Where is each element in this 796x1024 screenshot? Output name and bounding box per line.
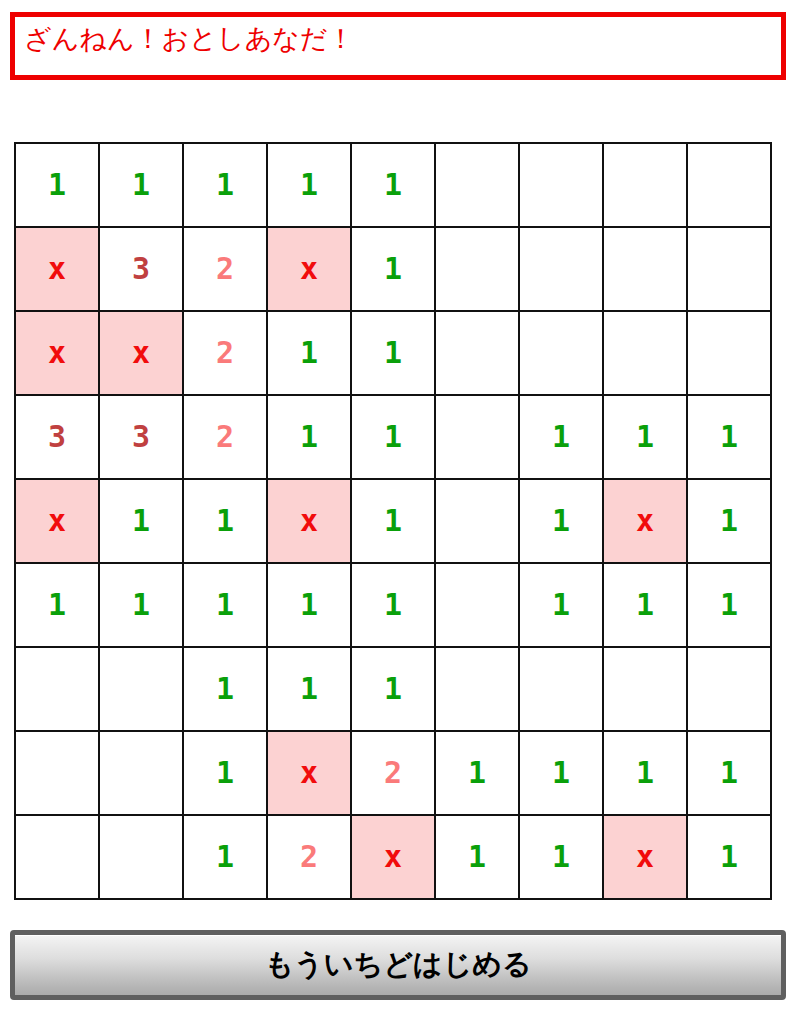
cell-r4c3[interactable]: 2 xyxy=(183,395,267,479)
cell-r2c8[interactable] xyxy=(603,227,687,311)
cell-r6c9[interactable]: 1 xyxy=(687,563,771,647)
cell-r5c7[interactable]: 1 xyxy=(519,479,603,563)
cell-r1c1[interactable]: 1 xyxy=(15,143,99,227)
cell-r3c4[interactable]: 1 xyxy=(267,311,351,395)
cell-r5c5[interactable]: 1 xyxy=(351,479,435,563)
cell-r5c9[interactable]: 1 xyxy=(687,479,771,563)
cell-r3c6[interactable] xyxy=(435,311,519,395)
restart-button[interactable]: もういちどはじめる xyxy=(10,930,786,1000)
cell-r3c7[interactable] xyxy=(519,311,603,395)
cell-r9c4[interactable]: 2 xyxy=(267,815,351,899)
cell-r6c7[interactable]: 1 xyxy=(519,563,603,647)
cell-r9c8[interactable]: x xyxy=(603,815,687,899)
cell-r1c8[interactable] xyxy=(603,143,687,227)
cell-r7c6[interactable] xyxy=(435,647,519,731)
cell-r6c6[interactable] xyxy=(435,563,519,647)
cell-r7c7[interactable] xyxy=(519,647,603,731)
page: ざんねん！おとしあなだ！ 11111x32x1xx21133211111x11x… xyxy=(0,0,796,1024)
cell-r7c1[interactable] xyxy=(15,647,99,731)
cell-r3c5[interactable]: 1 xyxy=(351,311,435,395)
cell-r6c1[interactable]: 1 xyxy=(15,563,99,647)
cell-r5c8[interactable]: x xyxy=(603,479,687,563)
cell-r8c7[interactable]: 1 xyxy=(519,731,603,815)
cell-r2c4[interactable]: x xyxy=(267,227,351,311)
cell-r4c4[interactable]: 1 xyxy=(267,395,351,479)
cell-r7c2[interactable] xyxy=(99,647,183,731)
cell-r2c7[interactable] xyxy=(519,227,603,311)
cell-r8c1[interactable] xyxy=(15,731,99,815)
cell-r6c3[interactable]: 1 xyxy=(183,563,267,647)
cell-r8c5[interactable]: 2 xyxy=(351,731,435,815)
cell-r2c2[interactable]: 3 xyxy=(99,227,183,311)
cell-r4c6[interactable] xyxy=(435,395,519,479)
cell-r5c2[interactable]: 1 xyxy=(99,479,183,563)
cell-r3c9[interactable] xyxy=(687,311,771,395)
cell-r4c8[interactable]: 1 xyxy=(603,395,687,479)
cell-r4c9[interactable]: 1 xyxy=(687,395,771,479)
cell-r9c2[interactable] xyxy=(99,815,183,899)
cell-r9c9[interactable]: 1 xyxy=(687,815,771,899)
cell-r9c1[interactable] xyxy=(15,815,99,899)
cell-r8c4[interactable]: x xyxy=(267,731,351,815)
cell-r7c5[interactable]: 1 xyxy=(351,647,435,731)
cell-r6c8[interactable]: 1 xyxy=(603,563,687,647)
cell-r4c5[interactable]: 1 xyxy=(351,395,435,479)
cell-r7c9[interactable] xyxy=(687,647,771,731)
cell-r1c5[interactable]: 1 xyxy=(351,143,435,227)
cell-r1c9[interactable] xyxy=(687,143,771,227)
cell-r8c6[interactable]: 1 xyxy=(435,731,519,815)
cell-r5c1[interactable]: x xyxy=(15,479,99,563)
cell-r2c5[interactable]: 1 xyxy=(351,227,435,311)
cell-r5c6[interactable] xyxy=(435,479,519,563)
cell-r4c1[interactable]: 3 xyxy=(15,395,99,479)
cell-r7c3[interactable]: 1 xyxy=(183,647,267,731)
cell-r1c7[interactable] xyxy=(519,143,603,227)
cell-r8c3[interactable]: 1 xyxy=(183,731,267,815)
cell-r8c2[interactable] xyxy=(99,731,183,815)
status-banner-text: ざんねん！おとしあなだ！ xyxy=(24,23,354,54)
cell-r1c4[interactable]: 1 xyxy=(267,143,351,227)
cell-r9c7[interactable]: 1 xyxy=(519,815,603,899)
cell-r3c3[interactable]: 2 xyxy=(183,311,267,395)
cell-r5c3[interactable]: 1 xyxy=(183,479,267,563)
cell-r3c8[interactable] xyxy=(603,311,687,395)
cell-r3c2[interactable]: x xyxy=(99,311,183,395)
cell-r9c3[interactable]: 1 xyxy=(183,815,267,899)
cell-r2c3[interactable]: 2 xyxy=(183,227,267,311)
cell-r2c6[interactable] xyxy=(435,227,519,311)
cell-r6c4[interactable]: 1 xyxy=(267,563,351,647)
game-board: 11111x32x1xx21133211111x11x11x1111111111… xyxy=(14,142,772,900)
cell-r1c3[interactable]: 1 xyxy=(183,143,267,227)
cell-r4c7[interactable]: 1 xyxy=(519,395,603,479)
cell-r6c5[interactable]: 1 xyxy=(351,563,435,647)
cell-r5c4[interactable]: x xyxy=(267,479,351,563)
cell-r7c8[interactable] xyxy=(603,647,687,731)
cell-r2c9[interactable] xyxy=(687,227,771,311)
cell-r6c2[interactable]: 1 xyxy=(99,563,183,647)
cell-r8c8[interactable]: 1 xyxy=(603,731,687,815)
cell-r9c6[interactable]: 1 xyxy=(435,815,519,899)
cell-r1c6[interactable] xyxy=(435,143,519,227)
cell-r2c1[interactable]: x xyxy=(15,227,99,311)
cell-r1c2[interactable]: 1 xyxy=(99,143,183,227)
status-banner: ざんねん！おとしあなだ！ xyxy=(10,12,786,80)
cell-r9c5[interactable]: x xyxy=(351,815,435,899)
cell-r4c2[interactable]: 3 xyxy=(99,395,183,479)
cell-r3c1[interactable]: x xyxy=(15,311,99,395)
cell-r8c9[interactable]: 1 xyxy=(687,731,771,815)
cell-r7c4[interactable]: 1 xyxy=(267,647,351,731)
